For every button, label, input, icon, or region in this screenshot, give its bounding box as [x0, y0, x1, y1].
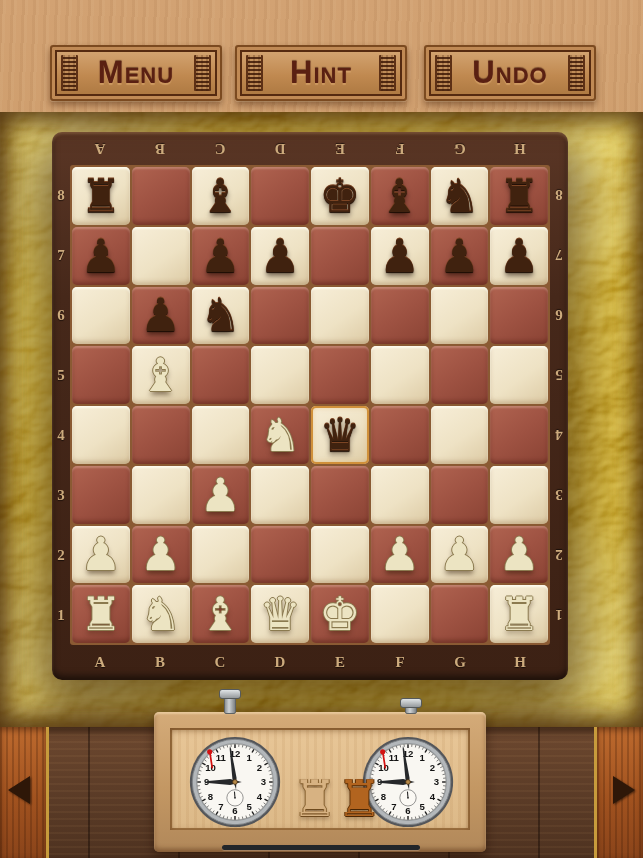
piece-black-knight-g8[interactable]: ♞: [431, 167, 489, 225]
file-label-c: C: [190, 132, 250, 165]
rank-label-4: 4: [52, 405, 70, 465]
chess-board: ABCDEFGH ABCDEFGH 87654321 87654321 ♜♝♚♝…: [52, 132, 568, 680]
square-f3[interactable]: [371, 466, 429, 524]
white-rook-figurine: ♜: [292, 774, 337, 824]
clock-rook-figurines: ♜ ♜: [292, 756, 364, 824]
square-f1[interactable]: [371, 585, 429, 643]
black-rook-figurine: ♜: [337, 774, 382, 824]
piece-white-king-e1[interactable]: ♚: [311, 585, 369, 643]
square-e7[interactable]: [311, 227, 369, 285]
file-label-b: B: [130, 132, 190, 165]
rank-label-3: 3: [550, 465, 568, 525]
board-grid: ♜♝♚♝♞♜♟♟♟♟♟♟♟♞♝♞♛♟♟♟♟♟♟♜♞♝♛♚♜: [70, 165, 550, 645]
piece-black-bishop-c8[interactable]: ♝: [192, 167, 250, 225]
svg-text:1: 1: [419, 752, 425, 763]
square-f5[interactable]: [371, 346, 429, 404]
square-d5[interactable]: [251, 346, 309, 404]
piece-black-bishop-f8[interactable]: ♝: [371, 167, 429, 225]
square-g8[interactable]: ♞: [431, 167, 489, 225]
square-h1[interactable]: ♜: [490, 585, 548, 643]
rank-label-7: 7: [52, 225, 70, 285]
square-g6[interactable]: [431, 287, 489, 345]
square-d7[interactable]: ♟: [251, 227, 309, 285]
rank-label-6: 6: [550, 285, 568, 345]
square-e4[interactable]: ♛: [311, 406, 369, 464]
chess-app: Menu Hint Undo ABCDEFGH ABCDEFGH: [0, 0, 643, 858]
square-d2[interactable]: [251, 526, 309, 584]
gold-foil-backdrop: ABCDEFGH ABCDEFGH 87654321 87654321 ♜♝♚♝…: [0, 112, 643, 727]
piece-white-pawn-b2[interactable]: ♟: [132, 526, 190, 584]
file-label-e: E: [310, 645, 370, 680]
piece-white-pawn-h2[interactable]: ♟: [490, 526, 548, 584]
rank-label-6: 6: [52, 285, 70, 345]
square-d6[interactable]: [251, 287, 309, 345]
square-d1[interactable]: ♛: [251, 585, 309, 643]
file-labels-top: ABCDEFGH: [70, 132, 550, 165]
rank-label-8: 8: [550, 165, 568, 225]
square-b8[interactable]: [132, 167, 190, 225]
rank-label-2: 2: [52, 525, 70, 585]
piece-black-pawn-a7[interactable]: ♟: [72, 227, 130, 285]
piece-black-pawn-g7[interactable]: ♟: [431, 227, 489, 285]
undo-button[interactable]: Undo: [424, 45, 596, 101]
rank-label-1: 1: [550, 585, 568, 645]
piece-black-rook-h8[interactable]: ♜: [490, 167, 548, 225]
piece-white-bishop-b5[interactable]: ♝: [132, 346, 190, 404]
black-clock-plunger[interactable]: [405, 704, 417, 714]
square-c7[interactable]: ♟: [192, 227, 250, 285]
rank-label-7: 7: [550, 225, 568, 285]
clock-base-slot: [222, 845, 420, 850]
square-e8[interactable]: ♚: [311, 167, 369, 225]
file-label-e: E: [310, 132, 370, 165]
svg-text:7: 7: [391, 801, 396, 812]
svg-text:3: 3: [434, 776, 439, 787]
piece-black-king-e8[interactable]: ♚: [311, 167, 369, 225]
square-b1[interactable]: ♞: [132, 585, 190, 643]
rank-label-5: 5: [550, 345, 568, 405]
square-a1[interactable]: ♜: [72, 585, 130, 643]
file-label-d: D: [250, 132, 310, 165]
piece-white-rook-h1[interactable]: ♜: [490, 585, 548, 643]
svg-text:6: 6: [232, 805, 237, 816]
svg-text:10: 10: [205, 762, 216, 773]
square-h3[interactable]: [490, 466, 548, 524]
square-e3[interactable]: [311, 466, 369, 524]
file-label-b: B: [130, 645, 190, 680]
piece-white-pawn-c3[interactable]: ♟: [192, 466, 250, 524]
square-e5[interactable]: [311, 346, 369, 404]
piece-black-pawn-b6[interactable]: ♟: [132, 287, 190, 345]
svg-text:3: 3: [261, 776, 266, 787]
square-f4[interactable]: [371, 406, 429, 464]
file-label-h: H: [490, 645, 550, 680]
square-c8[interactable]: ♝: [192, 167, 250, 225]
piece-white-pawn-g2[interactable]: ♟: [431, 526, 489, 584]
square-b7[interactable]: [132, 227, 190, 285]
square-a4[interactable]: [72, 406, 130, 464]
square-h8[interactable]: ♜: [490, 167, 548, 225]
square-h5[interactable]: [490, 346, 548, 404]
svg-text:5: 5: [246, 801, 252, 812]
file-labels-bottom: ABCDEFGH: [70, 645, 550, 680]
piece-black-pawn-d7[interactable]: ♟: [251, 227, 309, 285]
square-c1[interactable]: ♝: [192, 585, 250, 643]
next-move-arrow-icon[interactable]: [613, 776, 635, 804]
plunger-cap: [219, 689, 241, 699]
square-g5[interactable]: [431, 346, 489, 404]
plunger-cap: [400, 698, 422, 708]
previous-move-arrow-icon[interactable]: [8, 776, 30, 804]
square-f8[interactable]: ♝: [371, 167, 429, 225]
square-g2[interactable]: ♟: [431, 526, 489, 584]
file-label-c: C: [190, 645, 250, 680]
rank-label-5: 5: [52, 345, 70, 405]
rank-label-2: 2: [550, 525, 568, 585]
svg-text:2: 2: [257, 762, 262, 773]
square-b3[interactable]: [132, 466, 190, 524]
svg-text:11: 11: [216, 752, 227, 763]
hint-button[interactable]: Hint: [235, 45, 407, 101]
rank-label-8: 8: [52, 165, 70, 225]
square-f2[interactable]: ♟: [371, 526, 429, 584]
square-c5[interactable]: [192, 346, 250, 404]
rank-label-1: 1: [52, 585, 70, 645]
white-clock-plunger[interactable]: [224, 695, 236, 714]
square-c2[interactable]: [192, 526, 250, 584]
piece-white-pawn-a2[interactable]: ♟: [72, 526, 130, 584]
square-f7[interactable]: ♟: [371, 227, 429, 285]
square-e1[interactable]: ♚: [311, 585, 369, 643]
piece-black-pawn-c7[interactable]: ♟: [192, 227, 250, 285]
square-a7[interactable]: ♟: [72, 227, 130, 285]
square-g1[interactable]: [431, 585, 489, 643]
file-label-h: H: [490, 132, 550, 165]
rank-labels-left: 87654321: [52, 165, 70, 645]
file-label-f: F: [370, 645, 430, 680]
square-a2[interactable]: ♟: [72, 526, 130, 584]
piece-black-knight-c6[interactable]: ♞: [192, 287, 250, 345]
square-h2[interactable]: ♟: [490, 526, 548, 584]
white-clock-dial: 121234567891011: [187, 734, 283, 830]
file-label-g: G: [430, 132, 490, 165]
square-a3[interactable]: [72, 466, 130, 524]
file-label-f: F: [370, 132, 430, 165]
square-h7[interactable]: ♟: [490, 227, 548, 285]
menu-button[interactable]: Menu: [50, 45, 222, 101]
square-a5[interactable]: [72, 346, 130, 404]
square-e6[interactable]: [311, 287, 369, 345]
undo-button-label: Undo: [426, 47, 594, 99]
svg-text:8: 8: [381, 791, 387, 802]
svg-text:11: 11: [389, 752, 400, 763]
square-d3[interactable]: [251, 466, 309, 524]
chess-clock: 121234567891011 121234567891011 ♜ ♜: [154, 712, 486, 852]
square-h4[interactable]: [490, 406, 548, 464]
file-label-a: A: [70, 645, 130, 680]
square-c6[interactable]: ♞: [192, 287, 250, 345]
square-c4[interactable]: [192, 406, 250, 464]
svg-text:1: 1: [246, 752, 252, 763]
square-b2[interactable]: ♟: [132, 526, 190, 584]
square-a8[interactable]: ♜: [72, 167, 130, 225]
square-d8[interactable]: [251, 167, 309, 225]
file-label-a: A: [70, 132, 130, 165]
piece-black-pawn-f7[interactable]: ♟: [371, 227, 429, 285]
piece-black-pawn-h7[interactable]: ♟: [490, 227, 548, 285]
rank-label-3: 3: [52, 465, 70, 525]
square-g4[interactable]: [431, 406, 489, 464]
square-g3[interactable]: [431, 466, 489, 524]
square-c3[interactable]: ♟: [192, 466, 250, 524]
square-b5[interactable]: ♝: [132, 346, 190, 404]
svg-text:5: 5: [419, 801, 425, 812]
file-label-d: D: [250, 645, 310, 680]
piece-white-rook-a1[interactable]: ♜: [72, 585, 130, 643]
svg-text:8: 8: [208, 791, 214, 802]
piece-black-rook-a8[interactable]: ♜: [72, 167, 130, 225]
rank-labels-right: 87654321: [550, 165, 568, 645]
square-f6[interactable]: [371, 287, 429, 345]
piece-white-knight-d4[interactable]: ♞: [251, 406, 309, 464]
rank-label-4: 4: [550, 405, 568, 465]
square-b6[interactable]: ♟: [132, 287, 190, 345]
svg-text:4: 4: [257, 791, 263, 802]
hint-button-label: Hint: [237, 47, 405, 99]
svg-text:7: 7: [218, 801, 223, 812]
piece-white-knight-b1[interactable]: ♞: [132, 585, 190, 643]
square-g7[interactable]: ♟: [431, 227, 489, 285]
file-label-g: G: [430, 645, 490, 680]
square-a6[interactable]: [72, 287, 130, 345]
square-b4[interactable]: [132, 406, 190, 464]
svg-text:6: 6: [405, 805, 410, 816]
square-d4[interactable]: ♞: [251, 406, 309, 464]
piece-white-pawn-f2[interactable]: ♟: [371, 526, 429, 584]
piece-white-queen-d1[interactable]: ♛: [251, 585, 309, 643]
square-h6[interactable]: [490, 287, 548, 345]
menu-button-label: Menu: [52, 47, 220, 99]
svg-text:4: 4: [430, 791, 436, 802]
svg-text:2: 2: [430, 762, 435, 773]
piece-black-queen-e4[interactable]: ♛: [311, 406, 369, 464]
square-e2[interactable]: [311, 526, 369, 584]
piece-white-bishop-c1[interactable]: ♝: [192, 585, 250, 643]
